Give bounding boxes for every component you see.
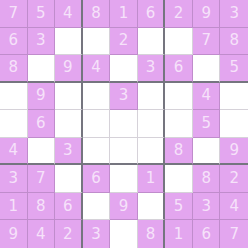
cell-r7c7[interactable] — [165, 165, 193, 193]
cell-r3c8[interactable] — [193, 55, 221, 83]
cell-r8c9[interactable]: 4 — [220, 193, 248, 221]
cell-r5c7[interactable] — [165, 110, 193, 138]
cell-r9c6[interactable]: 8 — [138, 220, 166, 248]
cell-r7c8[interactable]: 8 — [193, 165, 221, 193]
cell-r2c5[interactable]: 2 — [110, 28, 138, 56]
cell-r6c2[interactable] — [28, 138, 56, 166]
cell-r4c9[interactable] — [220, 83, 248, 111]
cell-r2c3[interactable] — [55, 28, 83, 56]
cell-r1c2[interactable]: 5 — [28, 0, 56, 28]
cell-r3c1[interactable]: 8 — [0, 55, 28, 83]
cell-r9c8[interactable]: 6 — [193, 220, 221, 248]
cell-r6c9[interactable]: 9 — [220, 138, 248, 166]
cell-r4c2[interactable]: 9 — [28, 83, 56, 111]
cell-r5c2[interactable]: 6 — [28, 110, 56, 138]
cell-r7c9[interactable]: 2 — [220, 165, 248, 193]
cell-r2c9[interactable]: 8 — [220, 28, 248, 56]
cell-r8c8[interactable]: 3 — [193, 193, 221, 221]
cell-r5c8[interactable]: 5 — [193, 110, 221, 138]
cell-r7c2[interactable]: 7 — [28, 165, 56, 193]
cell-r8c1[interactable]: 1 — [0, 193, 28, 221]
cell-r2c1[interactable]: 6 — [0, 28, 28, 56]
cell-r5c9[interactable] — [220, 110, 248, 138]
cell-r1c7[interactable]: 2 — [165, 0, 193, 28]
cell-r8c6[interactable] — [138, 193, 166, 221]
cell-r1c4[interactable]: 8 — [83, 0, 111, 28]
sudoku-board: 7548162936327889436593465438937618218695… — [0, 0, 248, 248]
cell-r1c9[interactable]: 3 — [220, 0, 248, 28]
cell-r9c1[interactable]: 9 — [0, 220, 28, 248]
cell-r1c5[interactable]: 1 — [110, 0, 138, 28]
cell-r3c7[interactable]: 6 — [165, 55, 193, 83]
cell-r1c1[interactable]: 7 — [0, 0, 28, 28]
cell-r5c3[interactable] — [55, 110, 83, 138]
cell-r4c5[interactable]: 3 — [110, 83, 138, 111]
cell-r8c4[interactable] — [83, 193, 111, 221]
cell-r8c5[interactable]: 9 — [110, 193, 138, 221]
cell-r1c8[interactable]: 9 — [193, 0, 221, 28]
cell-r3c9[interactable]: 5 — [220, 55, 248, 83]
cell-r2c4[interactable] — [83, 28, 111, 56]
cell-r8c2[interactable]: 8 — [28, 193, 56, 221]
cell-r7c5[interactable] — [110, 165, 138, 193]
cell-r4c1[interactable] — [0, 83, 28, 111]
cell-r6c7[interactable]: 8 — [165, 138, 193, 166]
cell-r9c4[interactable]: 3 — [83, 220, 111, 248]
cell-r9c9[interactable]: 7 — [220, 220, 248, 248]
cell-r7c1[interactable]: 3 — [0, 165, 28, 193]
cell-r2c7[interactable] — [165, 28, 193, 56]
cell-r6c5[interactable] — [110, 138, 138, 166]
cell-r1c3[interactable]: 4 — [55, 0, 83, 28]
cell-r6c6[interactable] — [138, 138, 166, 166]
cell-r5c4[interactable] — [83, 110, 111, 138]
cell-r4c7[interactable] — [165, 83, 193, 111]
cell-r9c3[interactable]: 2 — [55, 220, 83, 248]
cell-r8c7[interactable]: 5 — [165, 193, 193, 221]
cell-r4c4[interactable] — [83, 83, 111, 111]
cell-r5c5[interactable] — [110, 110, 138, 138]
cell-r9c7[interactable]: 1 — [165, 220, 193, 248]
cell-r6c8[interactable] — [193, 138, 221, 166]
cell-r4c8[interactable]: 4 — [193, 83, 221, 111]
cell-r1c6[interactable]: 6 — [138, 0, 166, 28]
cell-r7c3[interactable] — [55, 165, 83, 193]
cell-r4c6[interactable] — [138, 83, 166, 111]
cell-r9c2[interactable]: 4 — [28, 220, 56, 248]
cell-r8c3[interactable]: 6 — [55, 193, 83, 221]
cell-r7c6[interactable]: 1 — [138, 165, 166, 193]
cell-r5c1[interactable] — [0, 110, 28, 138]
cell-r4c3[interactable] — [55, 83, 83, 111]
cell-r2c2[interactable]: 3 — [28, 28, 56, 56]
cell-r2c6[interactable] — [138, 28, 166, 56]
cell-r3c5[interactable] — [110, 55, 138, 83]
cell-r6c4[interactable] — [83, 138, 111, 166]
cell-r6c1[interactable]: 4 — [0, 138, 28, 166]
cell-r3c3[interactable]: 9 — [55, 55, 83, 83]
cell-r3c6[interactable]: 3 — [138, 55, 166, 83]
cell-r3c2[interactable] — [28, 55, 56, 83]
cell-r3c4[interactable]: 4 — [83, 55, 111, 83]
cell-r6c3[interactable]: 3 — [55, 138, 83, 166]
cell-r7c4[interactable]: 6 — [83, 165, 111, 193]
cell-r9c5[interactable] — [110, 220, 138, 248]
cell-r5c6[interactable] — [138, 110, 166, 138]
cell-r2c8[interactable]: 7 — [193, 28, 221, 56]
